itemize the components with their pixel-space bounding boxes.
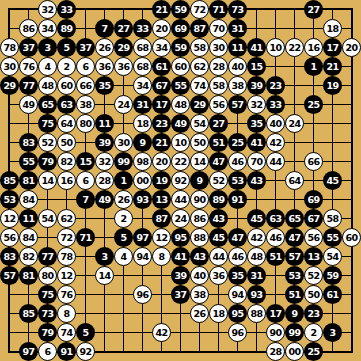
stone-white-64: 64 xyxy=(57,114,76,133)
stone-black-53: 53 xyxy=(0,190,19,209)
stone-black-23: 23 xyxy=(304,304,323,323)
stone-white-76: 76 xyxy=(57,285,76,304)
stone-white-82: 82 xyxy=(19,247,38,266)
stone-white-52: 52 xyxy=(304,266,323,285)
stone-white-60: 60 xyxy=(171,57,190,76)
stone-white-28: 28 xyxy=(209,57,228,76)
stone-black-77: 77 xyxy=(19,76,38,95)
stone-black-93: 93 xyxy=(133,190,152,209)
stone-white-54: 54 xyxy=(190,114,209,133)
stone-white-52: 52 xyxy=(209,171,228,190)
stone-white-38: 38 xyxy=(76,95,95,114)
stone-white-96: 96 xyxy=(228,323,247,342)
stone-white-50: 50 xyxy=(190,133,209,152)
stone-black-15: 15 xyxy=(247,57,266,76)
stone-black-41: 41 xyxy=(171,247,190,266)
stone-white-42: 42 xyxy=(247,228,266,247)
stone-black-65: 65 xyxy=(38,95,57,114)
stone-black-33: 33 xyxy=(57,0,76,19)
stone-black-61: 61 xyxy=(152,57,171,76)
stone-black-87: 87 xyxy=(190,19,209,38)
stone-black-73: 73 xyxy=(38,304,57,323)
stone-white-40: 40 xyxy=(228,57,247,76)
stone-black-1: 1 xyxy=(304,57,323,76)
stone-black-43: 43 xyxy=(247,171,266,190)
stone-white-48: 48 xyxy=(38,76,57,95)
stone-white-00: 00 xyxy=(133,171,152,190)
stone-black-43: 43 xyxy=(209,209,228,228)
stone-white-22: 22 xyxy=(285,38,304,57)
stone-white-8: 8 xyxy=(57,304,76,323)
stone-black-35: 35 xyxy=(228,266,247,285)
stone-white-56: 56 xyxy=(0,228,19,247)
stone-white-70: 70 xyxy=(209,19,228,38)
stone-white-94: 94 xyxy=(133,247,152,266)
stone-white-58: 58 xyxy=(323,209,342,228)
stone-white-32: 32 xyxy=(95,152,114,171)
stone-black-51: 51 xyxy=(266,247,285,266)
stone-white-44: 44 xyxy=(171,190,190,209)
stone-white-90: 90 xyxy=(266,323,285,342)
stone-black-97: 97 xyxy=(19,342,38,361)
stone-black-67: 67 xyxy=(152,76,171,95)
stone-white-26: 26 xyxy=(95,38,114,57)
stone-black-73: 73 xyxy=(228,0,247,19)
stone-black-89: 89 xyxy=(57,19,76,38)
stone-white-8: 8 xyxy=(152,247,171,266)
stone-white-46: 46 xyxy=(228,152,247,171)
stone-black-27: 27 xyxy=(304,0,323,19)
stone-white-26: 26 xyxy=(114,190,133,209)
stone-black-13: 13 xyxy=(152,190,171,209)
stone-black-35: 35 xyxy=(247,114,266,133)
stone-white-44: 44 xyxy=(266,152,285,171)
stone-white-86: 86 xyxy=(19,19,38,38)
stone-white-82: 82 xyxy=(57,152,76,171)
stone-white-32: 32 xyxy=(38,0,57,19)
stone-black-67: 67 xyxy=(304,209,323,228)
stone-black-31: 31 xyxy=(247,266,266,285)
stone-black-99: 99 xyxy=(285,323,304,342)
stone-white-68: 68 xyxy=(133,38,152,57)
stone-white-20: 20 xyxy=(342,38,361,57)
stone-white-18: 18 xyxy=(323,19,342,38)
stone-white-94: 94 xyxy=(228,285,247,304)
stone-black-7: 7 xyxy=(95,19,114,38)
stone-black-9: 9 xyxy=(190,171,209,190)
stone-white-26: 26 xyxy=(190,304,209,323)
stone-black-53: 53 xyxy=(285,266,304,285)
stone-white-80: 80 xyxy=(76,114,95,133)
stone-black-25: 25 xyxy=(228,133,247,152)
stone-black-37: 37 xyxy=(19,38,38,57)
stone-black-47: 47 xyxy=(209,152,228,171)
stone-white-98: 98 xyxy=(133,152,152,171)
stone-black-21: 21 xyxy=(152,133,171,152)
stone-black-29: 29 xyxy=(0,76,19,95)
stone-white-6: 6 xyxy=(38,342,57,361)
stone-black-51: 51 xyxy=(285,285,304,304)
stone-black-47: 47 xyxy=(285,228,304,247)
stone-black-59: 59 xyxy=(171,38,190,57)
stone-black-37: 37 xyxy=(76,38,95,57)
stone-black-23: 23 xyxy=(152,114,171,133)
stone-black-25: 25 xyxy=(304,95,323,114)
stone-white-58: 58 xyxy=(190,38,209,57)
stone-white-62: 62 xyxy=(57,209,76,228)
stone-white-64: 64 xyxy=(285,171,304,190)
stone-white-2: 2 xyxy=(57,57,76,76)
stone-black-77: 77 xyxy=(38,247,57,266)
stone-black-29: 29 xyxy=(190,95,209,114)
stone-white-20: 20 xyxy=(152,19,171,38)
stone-black-87: 87 xyxy=(152,209,171,228)
stone-black-13: 13 xyxy=(304,247,323,266)
stone-white-48: 48 xyxy=(171,95,190,114)
stone-white-66: 66 xyxy=(304,152,323,171)
stone-white-20: 20 xyxy=(152,152,171,171)
stone-black-65: 65 xyxy=(285,209,304,228)
stone-black-55: 55 xyxy=(323,228,342,247)
stone-black-5: 5 xyxy=(114,228,133,247)
stone-white-16: 16 xyxy=(57,171,76,190)
stone-white-92: 92 xyxy=(171,171,190,190)
stone-black-81: 81 xyxy=(19,266,38,285)
stone-white-00: 00 xyxy=(285,342,304,361)
stone-black-7: 7 xyxy=(76,190,95,209)
stone-black-49: 49 xyxy=(171,114,190,133)
stone-white-36: 36 xyxy=(95,57,114,76)
stone-black-39: 39 xyxy=(247,76,266,95)
stone-white-18: 18 xyxy=(133,114,152,133)
stone-black-33: 33 xyxy=(266,95,285,114)
stone-black-33: 33 xyxy=(133,19,152,38)
stone-white-44: 44 xyxy=(209,247,228,266)
stone-black-49: 49 xyxy=(95,190,114,209)
stone-black-51: 51 xyxy=(209,133,228,152)
stone-black-39: 39 xyxy=(171,266,190,285)
stone-white-78: 78 xyxy=(0,38,19,57)
stone-black-45: 45 xyxy=(323,171,342,190)
stone-black-79: 79 xyxy=(38,323,57,342)
stone-black-93: 93 xyxy=(247,285,266,304)
stone-white-50: 50 xyxy=(304,285,323,304)
stone-black-23: 23 xyxy=(266,76,285,95)
stone-white-86: 86 xyxy=(190,209,209,228)
stone-black-27: 27 xyxy=(209,114,228,133)
stone-white-48: 48 xyxy=(247,247,266,266)
stone-black-53: 53 xyxy=(228,171,247,190)
stone-white-34: 34 xyxy=(133,76,152,95)
stone-black-75: 75 xyxy=(38,114,57,133)
stone-white-30: 30 xyxy=(209,38,228,57)
stone-white-22: 22 xyxy=(171,152,190,171)
stone-white-28: 28 xyxy=(95,171,114,190)
stone-white-78: 78 xyxy=(57,247,76,266)
stone-white-60: 60 xyxy=(342,228,361,247)
stone-white-16: 16 xyxy=(304,38,323,57)
stone-white-74: 74 xyxy=(57,323,76,342)
stone-black-3: 3 xyxy=(38,38,57,57)
stone-white-12: 12 xyxy=(0,209,19,228)
stone-white-42: 42 xyxy=(266,133,285,152)
stone-black-85: 85 xyxy=(19,304,38,323)
stone-white-10: 10 xyxy=(171,133,190,152)
stone-black-5: 5 xyxy=(76,323,95,342)
stone-white-18: 18 xyxy=(209,304,228,323)
stone-white-6: 6 xyxy=(76,57,95,76)
stone-black-39: 39 xyxy=(95,133,114,152)
stone-white-36: 36 xyxy=(114,57,133,76)
stone-black-59: 59 xyxy=(323,266,342,285)
stone-white-30: 30 xyxy=(114,133,133,152)
stone-black-57: 57 xyxy=(228,95,247,114)
stone-white-38: 38 xyxy=(190,285,209,304)
stone-white-32: 32 xyxy=(247,95,266,114)
stone-black-11: 11 xyxy=(19,209,38,228)
stone-black-75: 75 xyxy=(38,285,57,304)
stone-white-96: 96 xyxy=(133,285,152,304)
stone-black-85: 85 xyxy=(0,171,19,190)
stone-black-45: 45 xyxy=(247,209,266,228)
stone-black-55: 55 xyxy=(19,152,38,171)
stone-white-42: 42 xyxy=(152,323,171,342)
stone-black-61: 61 xyxy=(323,285,342,304)
stone-black-35: 35 xyxy=(95,76,114,95)
stone-white-14: 14 xyxy=(95,266,114,285)
stone-black-3: 3 xyxy=(95,247,114,266)
stone-black-41: 41 xyxy=(247,38,266,57)
stone-white-12: 12 xyxy=(57,266,76,285)
stone-black-9: 9 xyxy=(133,133,152,152)
stone-white-68: 68 xyxy=(133,57,152,76)
stone-white-76: 76 xyxy=(19,57,38,76)
stone-white-58: 58 xyxy=(209,76,228,95)
stone-white-38: 38 xyxy=(228,76,247,95)
stone-white-84: 84 xyxy=(19,228,38,247)
stone-black-43: 43 xyxy=(190,247,209,266)
stone-black-63: 63 xyxy=(266,209,285,228)
stone-white-30: 30 xyxy=(0,57,19,76)
stone-black-37: 37 xyxy=(171,285,190,304)
stone-white-80: 80 xyxy=(38,266,57,285)
stone-white-56: 56 xyxy=(209,95,228,114)
stone-black-97: 97 xyxy=(133,228,152,247)
stone-black-69: 69 xyxy=(171,19,190,38)
stone-black-17: 17 xyxy=(152,95,171,114)
stone-white-34: 34 xyxy=(152,38,171,57)
stone-black-59: 59 xyxy=(171,0,190,19)
stone-white-34: 34 xyxy=(38,19,57,38)
stone-black-15: 15 xyxy=(76,152,95,171)
stone-black-11: 11 xyxy=(95,114,114,133)
stone-black-21: 21 xyxy=(152,0,171,19)
stone-black-63: 63 xyxy=(57,95,76,114)
stone-white-66: 66 xyxy=(76,76,95,95)
stone-black-91: 91 xyxy=(57,342,76,361)
stone-black-95: 95 xyxy=(228,304,247,323)
stone-black-71: 71 xyxy=(76,228,95,247)
stone-black-83: 83 xyxy=(19,133,38,152)
stone-white-88: 88 xyxy=(247,304,266,323)
stone-white-2: 2 xyxy=(114,209,133,228)
stone-white-52: 52 xyxy=(38,133,57,152)
stone-black-19: 19 xyxy=(323,76,342,95)
stone-white-50: 50 xyxy=(57,133,76,152)
stone-white-72: 72 xyxy=(57,228,76,247)
go-board[interactable]: 3233215972717327863489727332069877031187… xyxy=(0,0,361,361)
stone-black-5: 5 xyxy=(57,38,76,57)
stone-white-4: 4 xyxy=(38,57,57,76)
stone-white-54: 54 xyxy=(323,247,342,266)
stone-white-14: 14 xyxy=(190,152,209,171)
stone-white-40: 40 xyxy=(190,266,209,285)
stone-black-27: 27 xyxy=(114,19,133,38)
stone-black-89: 89 xyxy=(209,190,228,209)
stone-white-84: 84 xyxy=(19,190,38,209)
stone-white-24: 24 xyxy=(285,114,304,133)
stone-black-71: 71 xyxy=(209,0,228,19)
stone-black-57: 57 xyxy=(0,266,19,285)
stone-black-17: 17 xyxy=(266,304,285,323)
stone-white-28: 28 xyxy=(266,342,285,361)
stone-black-3: 3 xyxy=(323,323,342,342)
stone-black-1: 1 xyxy=(114,171,133,190)
stone-white-54: 54 xyxy=(38,209,57,228)
stone-white-12: 12 xyxy=(152,228,171,247)
stone-white-46: 46 xyxy=(266,228,285,247)
stone-white-24: 24 xyxy=(171,209,190,228)
stone-white-36: 36 xyxy=(209,266,228,285)
stone-black-55: 55 xyxy=(171,76,190,95)
stone-black-17: 17 xyxy=(323,38,342,57)
stone-white-90: 90 xyxy=(190,190,209,209)
stone-black-31: 31 xyxy=(228,19,247,38)
stone-black-11: 11 xyxy=(228,38,247,57)
stone-black-25: 25 xyxy=(304,342,323,361)
stone-black-19: 19 xyxy=(152,171,171,190)
stone-white-60: 60 xyxy=(57,76,76,95)
stone-white-49: 49 xyxy=(19,95,38,114)
stone-black-79: 79 xyxy=(38,152,57,171)
stone-white-56: 56 xyxy=(304,228,323,247)
stone-white-6: 6 xyxy=(76,171,95,190)
stone-black-99: 99 xyxy=(114,152,133,171)
stone-white-70: 70 xyxy=(247,152,266,171)
stone-black-95: 95 xyxy=(171,228,190,247)
stone-white-72: 72 xyxy=(190,0,209,19)
stone-black-69: 69 xyxy=(304,190,323,209)
stone-white-4: 4 xyxy=(114,247,133,266)
stone-white-62: 62 xyxy=(190,57,209,76)
stone-white-2: 2 xyxy=(304,323,323,342)
stone-white-92: 92 xyxy=(76,342,95,361)
stone-white-24: 24 xyxy=(114,95,133,114)
stone-black-83: 83 xyxy=(0,247,19,266)
stone-black-29: 29 xyxy=(114,38,133,57)
stone-white-88: 88 xyxy=(190,228,209,247)
stone-black-91: 91 xyxy=(228,190,247,209)
stone-black-9: 9 xyxy=(285,304,304,323)
stone-black-47: 47 xyxy=(228,228,247,247)
stone-white-14: 14 xyxy=(38,171,57,190)
stone-black-31: 31 xyxy=(133,95,152,114)
stone-black-57: 57 xyxy=(285,247,304,266)
stone-black-41: 41 xyxy=(247,133,266,152)
stone-black-45: 45 xyxy=(209,228,228,247)
stone-white-10: 10 xyxy=(266,38,285,57)
stone-white-46: 46 xyxy=(228,247,247,266)
stone-white-40: 40 xyxy=(266,114,285,133)
stone-black-21: 21 xyxy=(323,57,342,76)
stone-black-81: 81 xyxy=(19,171,38,190)
stone-white-74: 74 xyxy=(190,76,209,95)
